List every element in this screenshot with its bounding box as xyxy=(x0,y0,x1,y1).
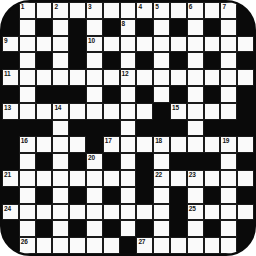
cell-r13c1[interactable]: 24 xyxy=(2,204,19,221)
block-cell-r6c5 xyxy=(69,86,86,103)
clue-number-3: 3 xyxy=(88,3,91,10)
cell-r5c11[interactable] xyxy=(170,69,187,86)
cell-r13c10[interactable] xyxy=(153,204,170,221)
clue-number-21: 21 xyxy=(4,171,11,178)
clue-number-27: 27 xyxy=(138,238,145,245)
cell-r13c6[interactable] xyxy=(86,204,103,221)
cell-r9c9[interactable] xyxy=(136,136,153,153)
cell-r5c4[interactable] xyxy=(52,69,69,86)
block-cell-r9c6 xyxy=(86,136,103,153)
cell-r14c2[interactable] xyxy=(19,220,36,237)
cell-r3c8[interactable] xyxy=(120,36,137,53)
block-cell-r8c11 xyxy=(170,120,187,137)
cell-r11c3[interactable] xyxy=(36,170,53,187)
clue-number-8: 8 xyxy=(122,20,125,27)
cell-r14c6[interactable] xyxy=(86,220,103,237)
cell-r15c9[interactable]: 27 xyxy=(136,237,153,254)
clue-number-16: 16 xyxy=(21,137,28,144)
cell-r4c6[interactable] xyxy=(86,52,103,69)
cell-r13c7[interactable] xyxy=(103,204,120,221)
cell-r11c8[interactable] xyxy=(120,170,137,187)
block-cell-r11c9 xyxy=(136,170,153,187)
cell-r7c6[interactable] xyxy=(86,103,103,120)
cell-r3c14[interactable] xyxy=(220,36,237,53)
cell-r9c4[interactable] xyxy=(52,136,69,153)
clue-number-5: 5 xyxy=(155,3,158,10)
block-cell-r12c13 xyxy=(204,187,221,204)
cell-r11c10[interactable]: 22 xyxy=(153,170,170,187)
cell-r3c12[interactable] xyxy=(187,36,204,53)
clue-number-18: 18 xyxy=(155,137,162,144)
cell-r15c12[interactable] xyxy=(187,237,204,254)
cell-r5c7[interactable] xyxy=(103,69,120,86)
cell-r12c14[interactable] xyxy=(220,187,237,204)
cell-r9c12[interactable] xyxy=(187,136,204,153)
cell-r12c8[interactable] xyxy=(120,187,137,204)
block-cell-r8c15 xyxy=(237,120,254,137)
cell-r3c9[interactable] xyxy=(136,36,153,53)
block-cell-r4c3 xyxy=(36,52,53,69)
cell-r3c11[interactable] xyxy=(170,36,187,53)
block-cell-r6c15 xyxy=(237,86,254,103)
cell-r4c4[interactable] xyxy=(52,52,69,69)
block-cell-r7c10 xyxy=(153,103,170,120)
block-cell-r2c11 xyxy=(170,19,187,36)
cell-r1c3[interactable] xyxy=(36,2,53,19)
cell-r5c2[interactable] xyxy=(19,69,36,86)
cell-r4c8[interactable] xyxy=(120,52,137,69)
block-cell-r12c1 xyxy=(2,187,19,204)
cell-r11c7[interactable] xyxy=(103,170,120,187)
cell-r15c14[interactable] xyxy=(220,237,237,254)
block-cell-r4c11 xyxy=(170,52,187,69)
block-cell-r6c11 xyxy=(170,86,187,103)
cell-r2c6[interactable] xyxy=(86,19,103,36)
cell-r8c8[interactable] xyxy=(120,120,137,137)
cell-r13c13[interactable] xyxy=(204,204,221,221)
cell-r14c10[interactable] xyxy=(153,220,170,237)
block-cell-r8c3 xyxy=(36,120,53,137)
cell-r5c9[interactable] xyxy=(136,69,153,86)
cell-r14c4[interactable] xyxy=(52,220,69,237)
cell-r15c3[interactable] xyxy=(36,237,53,254)
block-cell-r10c11 xyxy=(170,153,187,170)
block-cell-r14c7 xyxy=(103,220,120,237)
cell-r10c6[interactable]: 20 xyxy=(86,153,103,170)
cell-r3c4[interactable] xyxy=(52,36,69,53)
cell-r4c14[interactable] xyxy=(220,52,237,69)
block-cell-r8c10 xyxy=(153,120,170,137)
block-cell-r1c15 xyxy=(237,2,254,19)
cell-r15c6[interactable] xyxy=(86,237,103,254)
block-cell-r8c9 xyxy=(136,120,153,137)
cell-r12c4[interactable] xyxy=(52,187,69,204)
cell-r13c5[interactable] xyxy=(69,204,86,221)
cell-r1c11[interactable] xyxy=(170,2,187,19)
cell-r11c12[interactable]: 23 xyxy=(187,170,204,187)
clue-number-13: 13 xyxy=(4,104,11,111)
block-cell-r15c8 xyxy=(120,237,137,254)
cell-r4c2[interactable] xyxy=(19,52,36,69)
block-cell-r6c13 xyxy=(204,86,221,103)
cell-r11c5[interactable] xyxy=(69,170,86,187)
block-cell-r14c3 xyxy=(36,220,53,237)
block-cell-r10c12 xyxy=(187,153,204,170)
block-cell-r8c1 xyxy=(2,120,19,137)
cell-r13c2[interactable] xyxy=(19,204,36,221)
cell-r13c3[interactable] xyxy=(36,204,53,221)
clue-number-6: 6 xyxy=(189,3,192,10)
cell-r1c4[interactable]: 2 xyxy=(52,2,69,19)
cell-r3c10[interactable] xyxy=(153,36,170,53)
clue-number-9: 9 xyxy=(4,37,7,44)
cell-r12c2[interactable] xyxy=(19,187,36,204)
block-cell-r8c2 xyxy=(19,120,36,137)
cell-r5c15[interactable] xyxy=(237,69,254,86)
clue-number-15: 15 xyxy=(172,104,179,111)
block-cell-r14c5 xyxy=(69,220,86,237)
crossword-board: 1234567891011121314151617181920212223242… xyxy=(0,0,256,256)
cell-r7c4[interactable]: 14 xyxy=(52,103,69,120)
cell-r11c2[interactable] xyxy=(19,170,36,187)
cell-r13c15[interactable] xyxy=(237,204,254,221)
cell-r5c1[interactable]: 11 xyxy=(2,69,19,86)
cell-r1c6[interactable]: 3 xyxy=(86,2,103,19)
cell-r14c12[interactable] xyxy=(187,220,204,237)
block-cell-r10c13 xyxy=(204,153,221,170)
cell-r12c6[interactable] xyxy=(86,187,103,204)
clue-number-23: 23 xyxy=(189,171,196,178)
cell-r3c15[interactable] xyxy=(237,36,254,53)
block-cell-r6c9 xyxy=(136,86,153,103)
clue-number-2: 2 xyxy=(54,3,57,10)
cell-r9c10[interactable]: 18 xyxy=(153,136,170,153)
cell-r14c8[interactable] xyxy=(120,220,137,237)
cell-r3c3[interactable] xyxy=(36,36,53,53)
cell-r6c6[interactable] xyxy=(86,86,103,103)
cell-r2c4[interactable] xyxy=(52,19,69,36)
cell-r1c5[interactable] xyxy=(69,2,86,19)
block-cell-r6c4 xyxy=(52,86,69,103)
block-cell-r1c1 xyxy=(2,2,19,19)
page-background: 1234567891011121314151617181920212223242… xyxy=(0,0,256,256)
cell-r10c10[interactable] xyxy=(153,153,170,170)
cell-r1c12[interactable]: 6 xyxy=(187,2,204,19)
cell-r10c2[interactable] xyxy=(19,153,36,170)
block-cell-r7c15 xyxy=(237,103,254,120)
cell-r9c8[interactable] xyxy=(120,136,137,153)
cell-r7c1[interactable]: 13 xyxy=(2,103,19,120)
cell-r13c14[interactable] xyxy=(220,204,237,221)
clue-number-4: 4 xyxy=(138,3,141,10)
cell-r15c5[interactable] xyxy=(69,237,86,254)
block-cell-r12c15 xyxy=(237,187,254,204)
cell-r5c5[interactable] xyxy=(69,69,86,86)
clue-number-1: 1 xyxy=(21,3,24,10)
cell-r2c14[interactable] xyxy=(220,19,237,36)
clue-number-25: 25 xyxy=(189,205,196,212)
block-cell-r14c1 xyxy=(2,220,19,237)
block-cell-r8c6 xyxy=(86,120,103,137)
cell-r6c10[interactable] xyxy=(153,86,170,103)
block-cell-r10c3 xyxy=(36,153,53,170)
cell-r8c4[interactable] xyxy=(52,120,69,137)
block-cell-r4c9 xyxy=(136,52,153,69)
clue-number-26: 26 xyxy=(21,238,28,245)
clue-number-20: 20 xyxy=(88,154,95,161)
clue-number-19: 19 xyxy=(222,137,229,144)
cell-r6c8[interactable] xyxy=(120,86,137,103)
cell-r2c12[interactable] xyxy=(187,19,204,36)
cell-r2c10[interactable] xyxy=(153,19,170,36)
cell-r5c6[interactable] xyxy=(86,69,103,86)
block-cell-r3c5 xyxy=(69,36,86,53)
clue-number-24: 24 xyxy=(4,205,11,212)
cell-r15c4[interactable] xyxy=(52,237,69,254)
cell-r10c14[interactable] xyxy=(220,153,237,170)
cell-r9c13[interactable] xyxy=(204,136,221,153)
clue-number-7: 7 xyxy=(222,3,225,10)
cell-r11c1[interactable]: 21 xyxy=(2,170,19,187)
cell-r2c2[interactable] xyxy=(19,19,36,36)
block-cell-r10c5 xyxy=(69,153,86,170)
cell-r15c10[interactable] xyxy=(153,237,170,254)
block-cell-r15c15 xyxy=(237,237,254,254)
block-cell-r6c7 xyxy=(103,86,120,103)
cell-r7c14[interactable] xyxy=(220,103,237,120)
cell-r7c8[interactable] xyxy=(120,103,137,120)
block-cell-r13c11 xyxy=(170,204,187,221)
cell-r11c6[interactable] xyxy=(86,170,103,187)
block-cell-r12c7 xyxy=(103,187,120,204)
block-cell-r14c9 xyxy=(136,220,153,237)
cell-r13c4[interactable] xyxy=(52,204,69,221)
cell-r10c8[interactable] xyxy=(120,153,137,170)
cell-r3c13[interactable] xyxy=(204,36,221,53)
cell-r7c5[interactable] xyxy=(69,103,86,120)
block-cell-r2c3 xyxy=(36,19,53,36)
block-cell-r4c15 xyxy=(237,52,254,69)
block-cell-r4c1 xyxy=(2,52,19,69)
cell-r9c7[interactable]: 17 xyxy=(103,136,120,153)
cell-r3c6[interactable]: 10 xyxy=(86,36,103,53)
block-cell-r14c15 xyxy=(237,220,254,237)
clue-number-10: 10 xyxy=(88,37,95,44)
block-cell-r9c1 xyxy=(2,136,19,153)
cell-r3c2[interactable] xyxy=(19,36,36,53)
block-cell-r2c1 xyxy=(2,19,19,36)
cell-r14c14[interactable] xyxy=(220,220,237,237)
cell-r11c4[interactable] xyxy=(52,170,69,187)
cell-r9c14[interactable]: 19 xyxy=(220,136,237,153)
cell-r11c15[interactable] xyxy=(237,170,254,187)
clue-number-12: 12 xyxy=(122,70,129,77)
cell-r5c10[interactable] xyxy=(153,69,170,86)
block-cell-r2c7 xyxy=(103,19,120,36)
cell-r1c9[interactable]: 4 xyxy=(136,2,153,19)
cell-r6c2[interactable] xyxy=(19,86,36,103)
cell-r5c8[interactable]: 12 xyxy=(120,69,137,86)
cell-r5c14[interactable] xyxy=(220,69,237,86)
cell-r12c12[interactable] xyxy=(187,187,204,204)
cell-r4c12[interactable] xyxy=(187,52,204,69)
cell-r6c14[interactable] xyxy=(220,86,237,103)
cell-r7c2[interactable] xyxy=(19,103,36,120)
block-cell-r10c7 xyxy=(103,153,120,170)
cell-r7c12[interactable] xyxy=(187,103,204,120)
cell-r11c14[interactable] xyxy=(220,170,237,187)
block-cell-r12c9 xyxy=(136,187,153,204)
cell-r3c1[interactable]: 9 xyxy=(2,36,19,53)
cell-r15c13[interactable] xyxy=(204,237,221,254)
cell-r9c5[interactable] xyxy=(69,136,86,153)
block-cell-r15c1 xyxy=(2,237,19,254)
cell-r7c13[interactable] xyxy=(204,103,221,120)
block-cell-r2c13 xyxy=(204,19,221,36)
block-cell-r4c5 xyxy=(69,52,86,69)
block-cell-r10c1 xyxy=(2,153,19,170)
block-cell-r14c13 xyxy=(204,220,221,237)
cell-r9c2[interactable]: 16 xyxy=(19,136,36,153)
block-cell-r8c7 xyxy=(103,120,120,137)
cell-r13c8[interactable] xyxy=(120,204,137,221)
block-cell-r12c5 xyxy=(69,187,86,204)
block-cell-r2c15 xyxy=(237,19,254,36)
cell-r15c11[interactable] xyxy=(170,237,187,254)
cell-r10c4[interactable] xyxy=(52,153,69,170)
block-cell-r4c7 xyxy=(103,52,120,69)
cell-r1c10[interactable]: 5 xyxy=(153,2,170,19)
cell-r11c11[interactable] xyxy=(170,170,187,187)
clue-number-17: 17 xyxy=(105,137,112,144)
cell-r7c3[interactable] xyxy=(36,103,53,120)
cell-r1c14[interactable]: 7 xyxy=(220,2,237,19)
cell-r9c11[interactable] xyxy=(170,136,187,153)
cell-r13c9[interactable] xyxy=(136,204,153,221)
clue-number-22: 22 xyxy=(155,171,162,178)
block-cell-r2c5 xyxy=(69,19,86,36)
block-cell-r8c14 xyxy=(220,120,237,137)
cell-r5c12[interactable] xyxy=(187,69,204,86)
block-cell-r4c13 xyxy=(204,52,221,69)
cell-r7c7[interactable] xyxy=(103,103,120,120)
clue-number-11: 11 xyxy=(4,70,10,77)
clue-number-14: 14 xyxy=(54,104,61,111)
block-cell-r12c3 xyxy=(36,187,53,204)
block-cell-r12c11 xyxy=(170,187,187,204)
cell-r5c13[interactable] xyxy=(204,69,221,86)
block-cell-r10c15 xyxy=(237,153,254,170)
cell-r9c15[interactable] xyxy=(237,136,254,153)
cell-r6c12[interactable] xyxy=(187,86,204,103)
cell-r11c13[interactable] xyxy=(204,170,221,187)
cell-r5c3[interactable] xyxy=(36,69,53,86)
cell-r13c12[interactable]: 25 xyxy=(187,204,204,221)
cell-r15c7[interactable] xyxy=(103,237,120,254)
block-cell-r8c5 xyxy=(69,120,86,137)
cell-r9c3[interactable] xyxy=(36,136,53,153)
block-cell-r10c9 xyxy=(136,153,153,170)
cell-r12c10[interactable] xyxy=(153,187,170,204)
cell-r15c2[interactable]: 26 xyxy=(19,237,36,254)
cell-r7c11[interactable]: 15 xyxy=(170,103,187,120)
cell-r1c13[interactable] xyxy=(204,2,221,19)
block-cell-r8c13 xyxy=(204,120,221,137)
cell-r7c9[interactable] xyxy=(136,103,153,120)
cell-r1c8[interactable] xyxy=(120,2,137,19)
cell-r2c8[interactable]: 8 xyxy=(120,19,137,36)
cell-r1c2[interactable]: 1 xyxy=(19,2,36,19)
block-cell-r2c9 xyxy=(136,19,153,36)
cell-r4c10[interactable] xyxy=(153,52,170,69)
block-cell-r6c1 xyxy=(2,86,19,103)
cell-r8c12[interactable] xyxy=(187,120,204,137)
cell-r3c7[interactable] xyxy=(103,36,120,53)
cell-r1c7[interactable] xyxy=(103,2,120,19)
block-cell-r14c11 xyxy=(170,220,187,237)
block-cell-r6c3 xyxy=(36,86,53,103)
